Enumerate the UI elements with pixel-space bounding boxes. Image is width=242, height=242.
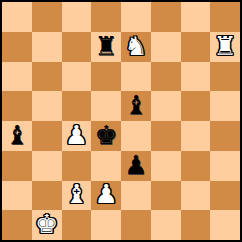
square-a2[interactable] [2, 181, 32, 211]
square-h5[interactable] [210, 91, 240, 121]
square-e6[interactable] [121, 62, 151, 92]
square-c4[interactable]: ♟ [62, 121, 92, 151]
square-c6[interactable] [62, 62, 92, 92]
square-h2[interactable] [210, 181, 240, 211]
square-a5[interactable] [2, 91, 32, 121]
square-g4[interactable] [181, 121, 211, 151]
piece-black-bishop[interactable]: ♝ [124, 92, 147, 118]
square-h4[interactable] [210, 121, 240, 151]
square-f6[interactable] [151, 62, 181, 92]
piece-black-pawn[interactable]: ♟ [124, 152, 147, 178]
square-c5[interactable] [62, 91, 92, 121]
square-e5[interactable]: ♝ [121, 91, 151, 121]
square-e2[interactable] [121, 181, 151, 211]
piece-white-bishop[interactable]: ♝ [65, 181, 88, 207]
square-d3[interactable] [91, 151, 121, 181]
square-h6[interactable] [210, 62, 240, 92]
square-c2[interactable]: ♝ [62, 181, 92, 211]
square-d1[interactable] [91, 210, 121, 240]
square-d4[interactable]: ♚ [91, 121, 121, 151]
square-h8[interactable] [210, 2, 240, 32]
square-e4[interactable] [121, 121, 151, 151]
square-e8[interactable] [121, 2, 151, 32]
piece-black-rook[interactable]: ♜ [94, 33, 117, 59]
square-d2[interactable]: ♟ [91, 181, 121, 211]
square-c8[interactable] [62, 2, 92, 32]
piece-white-pawn[interactable]: ♟ [65, 122, 88, 148]
square-a4[interactable]: ♝ [2, 121, 32, 151]
chess-board: ♜♞♜♝♝♟♚♟♝♟♚ [2, 2, 240, 240]
square-e7[interactable]: ♞ [121, 32, 151, 62]
square-g7[interactable] [181, 32, 211, 62]
square-c7[interactable] [62, 32, 92, 62]
square-e3[interactable]: ♟ [121, 151, 151, 181]
square-f1[interactable] [151, 210, 181, 240]
square-b1[interactable]: ♚ [32, 210, 62, 240]
chess-board-frame: ♜♞♜♝♝♟♚♟♝♟♚ [0, 0, 242, 242]
square-b8[interactable] [32, 2, 62, 32]
piece-black-bishop[interactable]: ♝ [5, 122, 28, 148]
square-h3[interactable] [210, 151, 240, 181]
square-d8[interactable] [91, 2, 121, 32]
square-a1[interactable] [2, 210, 32, 240]
square-h1[interactable] [210, 210, 240, 240]
piece-white-pawn[interactable]: ♟ [94, 181, 117, 207]
square-h7[interactable]: ♜ [210, 32, 240, 62]
piece-black-king[interactable]: ♚ [94, 122, 117, 148]
square-d6[interactable] [91, 62, 121, 92]
square-g5[interactable] [181, 91, 211, 121]
square-g6[interactable] [181, 62, 211, 92]
square-f5[interactable] [151, 91, 181, 121]
piece-white-rook[interactable]: ♜ [213, 33, 236, 59]
square-b2[interactable] [32, 181, 62, 211]
square-g3[interactable] [181, 151, 211, 181]
square-f4[interactable] [151, 121, 181, 151]
square-g1[interactable] [181, 210, 211, 240]
square-b6[interactable] [32, 62, 62, 92]
square-c1[interactable] [62, 210, 92, 240]
square-f8[interactable] [151, 2, 181, 32]
square-b4[interactable] [32, 121, 62, 151]
square-e1[interactable] [121, 210, 151, 240]
square-b5[interactable] [32, 91, 62, 121]
square-d5[interactable] [91, 91, 121, 121]
square-g8[interactable] [181, 2, 211, 32]
square-f7[interactable] [151, 32, 181, 62]
square-f3[interactable] [151, 151, 181, 181]
square-a7[interactable] [2, 32, 32, 62]
square-a3[interactable] [2, 151, 32, 181]
square-d7[interactable]: ♜ [91, 32, 121, 62]
piece-white-king[interactable]: ♚ [35, 211, 58, 237]
square-c3[interactable] [62, 151, 92, 181]
piece-white-knight[interactable]: ♞ [124, 33, 147, 59]
square-b7[interactable] [32, 32, 62, 62]
square-a6[interactable] [2, 62, 32, 92]
square-f2[interactable] [151, 181, 181, 211]
square-a8[interactable] [2, 2, 32, 32]
square-g2[interactable] [181, 181, 211, 211]
square-b3[interactable] [32, 151, 62, 181]
